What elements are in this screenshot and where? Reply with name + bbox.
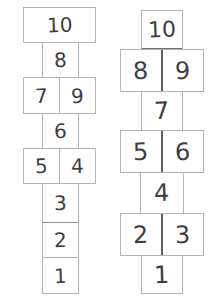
number-right-7: 7 bbox=[154, 99, 170, 124]
number-right-2: 2 bbox=[133, 222, 149, 247]
number-right-6: 6 bbox=[175, 139, 191, 164]
number-right-9: 9 bbox=[175, 58, 191, 83]
right-row-10: 10 bbox=[141, 10, 183, 50]
right-row-5-6: 5 6 bbox=[120, 130, 204, 173]
number-right-4: 4 bbox=[154, 181, 170, 206]
hopscotch-court-right: 10 8 9 7 5 6 4 2 3 1 bbox=[0, 0, 224, 300]
number-right-1: 1 bbox=[154, 262, 170, 287]
right-row-1: 1 bbox=[141, 255, 183, 294]
right-row-4: 4 bbox=[140, 172, 184, 214]
cell-right-6: 6 bbox=[161, 131, 203, 172]
cell-right-5: 5 bbox=[121, 131, 161, 172]
cell-right-10: 10 bbox=[142, 11, 182, 48]
cell-right-2: 2 bbox=[121, 214, 161, 255]
right-row-8-9: 8 9 bbox=[120, 49, 204, 92]
cell-right-3: 3 bbox=[161, 214, 203, 255]
right-row-7: 7 bbox=[141, 91, 183, 131]
cell-right-7: 7 bbox=[142, 92, 182, 130]
number-right-10: 10 bbox=[148, 18, 177, 41]
hopscotch-diagram: 10 8 7 9 6 5 4 3 2 1 10 8 9 bbox=[0, 0, 224, 300]
right-row-2-3: 2 3 bbox=[120, 213, 204, 256]
number-right-3: 3 bbox=[175, 222, 191, 247]
cell-right-1: 1 bbox=[142, 256, 182, 293]
number-right-5: 5 bbox=[133, 139, 149, 164]
cell-right-4: 4 bbox=[141, 173, 183, 213]
cell-right-8: 8 bbox=[121, 50, 161, 91]
number-right-8: 8 bbox=[133, 58, 149, 83]
cell-right-9: 9 bbox=[161, 50, 203, 91]
